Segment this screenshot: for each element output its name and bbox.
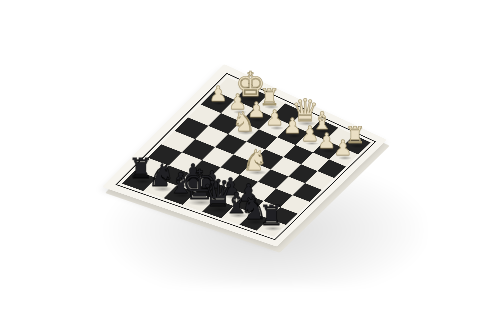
piece-white-knight-d5[interactable]: ♞	[239, 146, 271, 175]
product-photo-scene: ♚♟♜♟♟♛♟♝♞♟♟♜♟♟♞♜♟♞♟♝♟♚♟♛♝♞♜	[0, 0, 500, 325]
piece-white-pawn-a2[interactable]: ♟	[332, 138, 355, 159]
piece-black-rook-a8[interactable]: ♜	[256, 202, 287, 230]
piece-white-knight-f3[interactable]: ♞	[229, 108, 259, 135]
